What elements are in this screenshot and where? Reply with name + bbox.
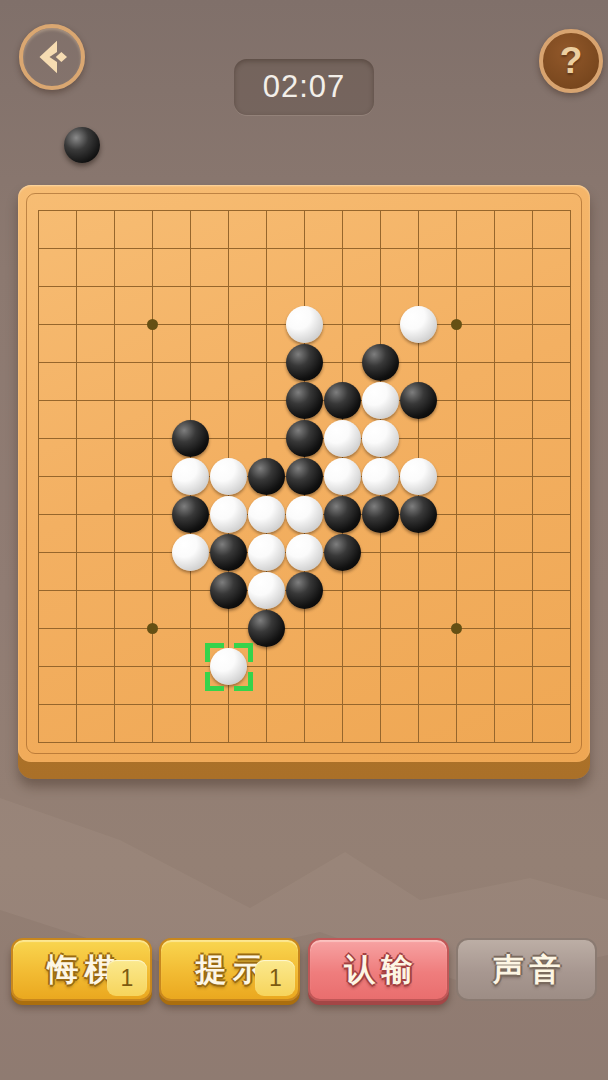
stone-white	[172, 534, 209, 571]
stone-white	[400, 306, 437, 343]
stone-black	[362, 496, 399, 533]
undo-count-badge: 1	[107, 960, 147, 996]
hint-button[interactable]: 提示 1	[159, 938, 300, 1001]
stone-black	[286, 458, 323, 495]
stone-white	[362, 420, 399, 457]
resign-button-label: 认输	[338, 949, 418, 991]
stone-white	[362, 382, 399, 419]
last-move-marker	[205, 643, 253, 691]
stone-black	[324, 534, 361, 571]
sound-button-label: 声音	[486, 949, 566, 991]
stone-black	[400, 496, 437, 533]
gomoku-game-screen: { "app": { "timer": "02:07" }, "header":…	[0, 0, 608, 1080]
help-button[interactable]: ?	[539, 29, 603, 93]
star-point	[147, 623, 158, 634]
timer-display: 02:07	[234, 59, 374, 115]
question-mark-icon: ?	[560, 40, 583, 82]
stone-black	[286, 572, 323, 609]
board-face	[18, 185, 590, 762]
stone-white	[286, 534, 323, 571]
stone-black	[324, 496, 361, 533]
star-point	[451, 319, 462, 330]
stone-white	[324, 458, 361, 495]
stone-black	[210, 572, 247, 609]
action-button-row: 悔棋 1 提示 1 认输 声音	[11, 938, 597, 1001]
sound-button[interactable]: 声音	[456, 938, 597, 1001]
back-arrow-icon	[32, 37, 72, 77]
stone-white	[324, 420, 361, 457]
stone-white	[210, 496, 247, 533]
hint-count-badge: 1	[255, 960, 295, 996]
stone-black	[172, 420, 209, 457]
resign-button[interactable]: 认输	[308, 938, 449, 1001]
timer-value: 02:07	[263, 69, 346, 105]
stone-white	[286, 306, 323, 343]
star-point	[147, 319, 158, 330]
mountain-background	[0, 760, 608, 1080]
undo-button[interactable]: 悔棋 1	[11, 938, 152, 1001]
game-board[interactable]	[18, 185, 590, 779]
stone-black	[324, 382, 361, 419]
stone-white	[248, 496, 285, 533]
stone-black	[362, 344, 399, 381]
stone-black	[248, 610, 285, 647]
star-point	[451, 623, 462, 634]
board-grid[interactable]	[38, 210, 571, 743]
stone-white	[400, 458, 437, 495]
stone-black	[248, 458, 285, 495]
stone-white	[286, 496, 323, 533]
stone-black	[172, 496, 209, 533]
stone-white	[248, 572, 285, 609]
back-button[interactable]	[19, 24, 85, 90]
stone-white	[248, 534, 285, 571]
stone-black	[286, 382, 323, 419]
stone-white	[210, 458, 247, 495]
stone-black	[210, 534, 247, 571]
stone-black	[400, 382, 437, 419]
stone-white	[172, 458, 209, 495]
stone-black	[286, 420, 323, 457]
stone-black	[286, 344, 323, 381]
stone-white	[362, 458, 399, 495]
turn-indicator-black-stone	[64, 127, 100, 163]
